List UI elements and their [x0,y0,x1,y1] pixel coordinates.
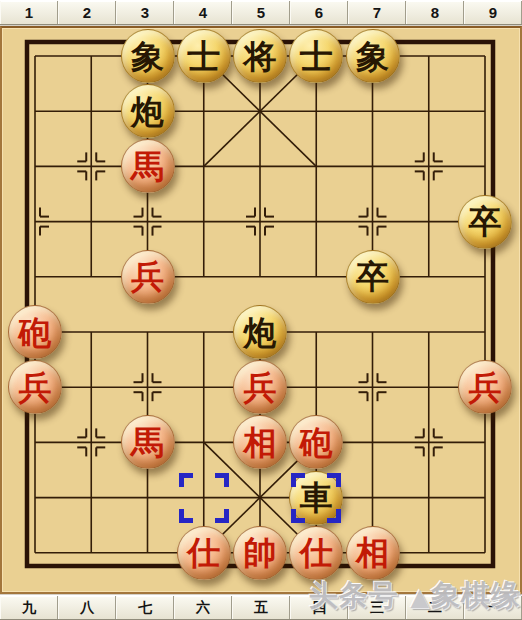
rank-label: 五 [232,596,290,619]
red-piece-兵[interactable]: 兵 [233,360,287,414]
black-piece-炮[interactable]: 炮 [121,84,175,138]
black-piece-象[interactable]: 象 [346,29,400,83]
black-piece-卒[interactable]: 卒 [458,195,512,249]
black-piece-士[interactable]: 士 [177,29,231,83]
red-piece-馬[interactable]: 馬 [121,139,175,193]
black-piece-将[interactable]: 将 [233,29,287,83]
red-piece-兵[interactable]: 兵 [8,360,62,414]
watermark-name: 象棋缘 [431,578,521,612]
red-piece-仕[interactable]: 仕 [289,526,343,580]
red-piece-兵[interactable]: 兵 [121,250,175,304]
rank-label: 七 [116,596,174,619]
red-piece-相[interactable]: 相 [346,526,400,580]
red-piece-馬[interactable]: 馬 [121,415,175,469]
xiangqi-app: 123456789 象士将士象炮馬卒兵卒砲炮兵兵兵馬相砲車仕帥仕相 九八七六五四… [0,0,522,620]
red-piece-砲[interactable]: 砲 [8,305,62,359]
rank-label: 八 [58,596,116,619]
file-label: 5 [232,1,290,24]
red-piece-兵[interactable]: 兵 [458,360,512,414]
red-piece-相[interactable]: 相 [233,415,287,469]
watermark-prefix: 头条号 [308,578,398,612]
file-label: 3 [116,1,174,24]
file-label: 7 [348,1,406,24]
file-label: 6 [290,1,348,24]
black-piece-象[interactable]: 象 [121,29,175,83]
top-coordinate-strip: 123456789 [0,0,522,25]
file-label: 1 [0,1,58,24]
file-label: 4 [174,1,232,24]
red-piece-帥[interactable]: 帥 [233,526,287,580]
red-piece-仕[interactable]: 仕 [177,526,231,580]
rank-label: 九 [0,596,58,619]
rank-label: 六 [174,596,232,619]
file-label: 2 [58,1,116,24]
black-piece-士[interactable]: 士 [289,29,343,83]
file-label: 8 [406,1,464,24]
black-piece-炮[interactable]: 炮 [233,305,287,359]
watermark: 头条号 ▲象棋缘 [308,576,521,616]
watermark-logo-icon: ▲ [410,583,431,611]
file-label: 9 [464,1,522,24]
red-piece-砲[interactable]: 砲 [289,415,343,469]
black-piece-卒[interactable]: 卒 [346,250,400,304]
black-piece-車[interactable]: 車 [289,471,343,525]
